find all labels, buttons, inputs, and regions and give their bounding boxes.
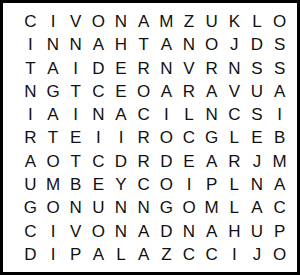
grid-cell-r1c12[interactable]: O bbox=[268, 10, 291, 33]
grid-cell-r11c12[interactable]: O bbox=[268, 243, 291, 266]
grid-cell-r7c10[interactable]: R bbox=[223, 150, 246, 173]
grid-cell-r10c12[interactable]: P bbox=[268, 219, 291, 242]
grid-cell-r9c12[interactable]: C bbox=[268, 196, 291, 219]
grid-cell-r6c2[interactable]: T bbox=[42, 126, 65, 149]
grid-cell-r7c1[interactable]: A bbox=[19, 150, 42, 173]
grid-cell-r1c5[interactable]: N bbox=[110, 10, 133, 33]
grid-cell-r5c8[interactable]: L bbox=[178, 103, 201, 126]
grid-cell-r7c12[interactable]: M bbox=[268, 150, 291, 173]
grid-cell-r11c11[interactable]: J bbox=[246, 243, 269, 266]
grid-cell-r7c3[interactable]: T bbox=[64, 150, 87, 173]
grid-cell-r4c11[interactable]: U bbox=[246, 80, 269, 103]
grid-cell-r10c4[interactable]: O bbox=[87, 219, 110, 242]
grid-cell-r7c4[interactable]: C bbox=[87, 150, 110, 173]
grid-cell-r11c7[interactable]: Z bbox=[155, 243, 178, 266]
grid-cell-r3c9[interactable]: R bbox=[200, 57, 223, 80]
grid-cell-r4c9[interactable]: A bbox=[200, 80, 223, 103]
grid-cell-r7c6[interactable]: R bbox=[132, 150, 155, 173]
grid-cell-r2c1[interactable]: I bbox=[19, 33, 42, 56]
grid-cell-r11c1[interactable]: D bbox=[19, 243, 42, 266]
grid-cell-r6c4[interactable]: I bbox=[87, 126, 110, 149]
grid-cell-r5c10[interactable]: C bbox=[223, 103, 246, 126]
grid-cell-r1c7[interactable]: M bbox=[155, 10, 178, 33]
grid-cell-r8c4[interactable]: E bbox=[87, 173, 110, 196]
grid-cell-r8c10[interactable]: L bbox=[223, 173, 246, 196]
grid-cell-r8c2[interactable]: M bbox=[42, 173, 65, 196]
grid-cell-r2c9[interactable]: O bbox=[200, 33, 223, 56]
grid-cell-r5c11[interactable]: S bbox=[246, 103, 269, 126]
grid-cell-r4c7[interactable]: A bbox=[155, 80, 178, 103]
grid-cell-r9c4[interactable]: U bbox=[87, 196, 110, 219]
grid-cell-r2c4[interactable]: A bbox=[87, 33, 110, 56]
grid-cell-r3c12[interactable]: S bbox=[268, 57, 291, 80]
grid-cell-r3c2[interactable]: A bbox=[42, 57, 65, 80]
grid-cell-r4c2[interactable]: G bbox=[42, 80, 65, 103]
grid-cell-r11c3[interactable]: P bbox=[64, 243, 87, 266]
grid-cell-r7c7[interactable]: D bbox=[155, 150, 178, 173]
grid-cell-r2c12[interactable]: S bbox=[268, 33, 291, 56]
grid-cell-r9c5[interactable]: N bbox=[110, 196, 133, 219]
grid-cell-r9c9[interactable]: M bbox=[200, 196, 223, 219]
grid-cell-r3c8[interactable]: V bbox=[178, 57, 201, 80]
grid-cell-r2c10[interactable]: J bbox=[223, 33, 246, 56]
grid-cell-r4c5[interactable]: E bbox=[110, 80, 133, 103]
grid-cell-r10c3[interactable]: V bbox=[64, 219, 87, 242]
grid-cell-r6c9[interactable]: G bbox=[200, 126, 223, 149]
grid-cell-r8c9[interactable]: P bbox=[200, 173, 223, 196]
grid-cell-r4c6[interactable]: O bbox=[132, 80, 155, 103]
grid-cell-r9c11[interactable]: A bbox=[246, 196, 269, 219]
grid-cell-r1c6[interactable]: A bbox=[132, 10, 155, 33]
grid-cell-r9c3[interactable]: N bbox=[64, 196, 87, 219]
grid-cell-r6c8[interactable]: C bbox=[178, 126, 201, 149]
grid-cell-r11c5[interactable]: L bbox=[110, 243, 133, 266]
grid-cell-r11c9[interactable]: C bbox=[200, 243, 223, 266]
grid-cell-r7c5[interactable]: D bbox=[110, 150, 133, 173]
grid-cell-r4c10[interactable]: V bbox=[223, 80, 246, 103]
grid-cell-r9c2[interactable]: O bbox=[42, 196, 65, 219]
grid-cell-r2c3[interactable]: N bbox=[64, 33, 87, 56]
grid-cell-r6c7[interactable]: O bbox=[155, 126, 178, 149]
grid-cell-r10c11[interactable]: U bbox=[246, 219, 269, 242]
grid-cell-r2c5[interactable]: H bbox=[110, 33, 133, 56]
grid-cell-r9c1[interactable]: G bbox=[19, 196, 42, 219]
grid-cell-r10c5[interactable]: N bbox=[110, 219, 133, 242]
grid-cell-r4c3[interactable]: T bbox=[64, 80, 87, 103]
grid-cell-r1c11[interactable]: L bbox=[246, 10, 269, 33]
grid-cell-r3c4[interactable]: D bbox=[87, 57, 110, 80]
grid-cell-r3c7[interactable]: N bbox=[155, 57, 178, 80]
grid-cell-r6c6[interactable]: R bbox=[132, 126, 155, 149]
grid-cell-r4c8[interactable]: R bbox=[178, 80, 201, 103]
grid-cell-r5c4[interactable]: N bbox=[87, 103, 110, 126]
grid-cell-r10c10[interactable]: H bbox=[223, 219, 246, 242]
grid-cell-r1c4[interactable]: O bbox=[87, 10, 110, 33]
grid-cell-r11c10[interactable]: I bbox=[223, 243, 246, 266]
grid-cell-r9c10[interactable]: L bbox=[223, 196, 246, 219]
grid-cell-r1c1[interactable]: C bbox=[19, 10, 42, 33]
grid-cell-r11c8[interactable]: C bbox=[178, 243, 201, 266]
grid-cell-r7c9[interactable]: A bbox=[200, 150, 223, 173]
grid-cell-r1c8[interactable]: Z bbox=[178, 10, 201, 33]
grid-cell-r8c11[interactable]: N bbox=[246, 173, 269, 196]
grid-cell-r9c8[interactable]: O bbox=[178, 196, 201, 219]
grid-cell-r5c2[interactable]: A bbox=[42, 103, 65, 126]
grid-cell-r1c9[interactable]: U bbox=[200, 10, 223, 33]
grid-cell-r1c2[interactable]: I bbox=[42, 10, 65, 33]
grid-cell-r7c8[interactable]: E bbox=[178, 150, 201, 173]
grid-cell-r1c10[interactable]: K bbox=[223, 10, 246, 33]
grid-cell-r10c9[interactable]: A bbox=[200, 219, 223, 242]
grid-cell-r2c8[interactable]: N bbox=[178, 33, 201, 56]
grid-cell-r2c2[interactable]: N bbox=[42, 33, 65, 56]
grid-cell-r1c3[interactable]: V bbox=[64, 10, 87, 33]
grid-cell-r8c5[interactable]: Y bbox=[110, 173, 133, 196]
grid-cell-r11c6[interactable]: A bbox=[132, 243, 155, 266]
grid-cell-r5c6[interactable]: C bbox=[132, 103, 155, 126]
grid-cell-r6c12[interactable]: B bbox=[268, 126, 291, 149]
grid-cell-r8c12[interactable]: A bbox=[268, 173, 291, 196]
grid-cell-r5c5[interactable]: A bbox=[110, 103, 133, 126]
grid-cell-r5c3[interactable]: I bbox=[64, 103, 87, 126]
grid-cell-r2c6[interactable]: T bbox=[132, 33, 155, 56]
grid-cell-r11c2[interactable]: I bbox=[42, 243, 65, 266]
grid-cell-r8c7[interactable]: O bbox=[155, 173, 178, 196]
grid-cell-r3c5[interactable]: E bbox=[110, 57, 133, 80]
grid-cell-r6c10[interactable]: L bbox=[223, 126, 246, 149]
grid-cell-r5c1[interactable]: I bbox=[19, 103, 42, 126]
grid-cell-r10c1[interactable]: C bbox=[19, 219, 42, 242]
grid-cell-r5c7[interactable]: I bbox=[155, 103, 178, 126]
grid-cell-r2c11[interactable]: D bbox=[246, 33, 269, 56]
grid-cell-r2c7[interactable]: A bbox=[155, 33, 178, 56]
grid-cell-r10c2[interactable]: I bbox=[42, 219, 65, 242]
grid-cell-r8c1[interactable]: U bbox=[19, 173, 42, 196]
grid-cell-r3c6[interactable]: R bbox=[132, 57, 155, 80]
grid-cell-r4c1[interactable]: N bbox=[19, 80, 42, 103]
grid-cell-r6c1[interactable]: R bbox=[19, 126, 42, 149]
grid-cell-r7c2[interactable]: O bbox=[42, 150, 65, 173]
grid-cell-r3c3[interactable]: I bbox=[64, 57, 87, 80]
grid-cell-r8c3[interactable]: B bbox=[64, 173, 87, 196]
grid-cell-r10c7[interactable]: D bbox=[155, 219, 178, 242]
grid-cell-r6c3[interactable]: E bbox=[64, 126, 87, 149]
grid-cell-r8c8[interactable]: I bbox=[178, 173, 201, 196]
grid-cell-r3c11[interactable]: S bbox=[246, 57, 269, 80]
grid-cell-r4c4[interactable]: C bbox=[87, 80, 110, 103]
grid-cell-r6c5[interactable]: I bbox=[110, 126, 133, 149]
grid-cell-r3c10[interactable]: N bbox=[223, 57, 246, 80]
grid-cell-r10c6[interactable]: A bbox=[132, 219, 155, 242]
word-search-board: CIVONAMZUKLOINNAHTANOJDSTAIDERNVRNSSNGTC… bbox=[19, 10, 291, 266]
grid-cell-r9c6[interactable]: N bbox=[132, 196, 155, 219]
grid-cell-r4c12[interactable]: A bbox=[268, 80, 291, 103]
grid-cell-r5c12[interactable]: I bbox=[268, 103, 291, 126]
grid-cell-r10c8[interactable]: N bbox=[178, 219, 201, 242]
grid-cell-r6c11[interactable]: E bbox=[246, 126, 269, 149]
grid-cell-r5c9[interactable]: N bbox=[200, 103, 223, 126]
grid-cell-r3c1[interactable]: T bbox=[19, 57, 42, 80]
grid-cell-r9c7[interactable]: G bbox=[155, 196, 178, 219]
grid-cell-r8c6[interactable]: C bbox=[132, 173, 155, 196]
puzzle-frame: CIVONAMZUKLOINNAHTANOJDSTAIDERNVRNSSNGTC… bbox=[0, 0, 300, 275]
grid-cell-r7c11[interactable]: J bbox=[246, 150, 269, 173]
grid-cell-r11c4[interactable]: A bbox=[87, 243, 110, 266]
